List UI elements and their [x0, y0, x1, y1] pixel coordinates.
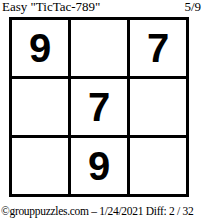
footer-credit: ©grouppuzzles.com – 1/24/2021 Diff: 2 / …	[1, 204, 202, 218]
cell-r2c1[interactable]	[12, 79, 68, 135]
cell-r2c3[interactable]	[130, 79, 186, 135]
puzzle-page: Easy "TicTac-789" 5/9 9 7 7 9 ©grouppuzz…	[0, 0, 202, 221]
cell-r3c1[interactable]	[12, 138, 68, 194]
cell-r1c1: 9	[12, 20, 68, 76]
puzzle-number: 5/9	[184, 0, 201, 14]
cell-r1c3: 7	[130, 20, 186, 76]
puzzle-title: Easy "TicTac-789"	[2, 0, 100, 14]
cell-r3c3[interactable]	[130, 138, 186, 194]
cell-r1c2[interactable]	[71, 20, 127, 76]
cell-r2c2: 7	[71, 79, 127, 135]
cell-r3c2: 9	[71, 138, 127, 194]
puzzle-board: 9 7 7 9	[9, 17, 189, 197]
header: Easy "TicTac-789" 5/9	[2, 0, 201, 15]
